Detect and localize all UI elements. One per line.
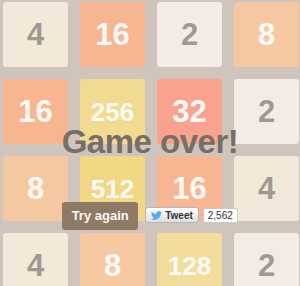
twitter-bird-icon xyxy=(151,210,162,221)
game-over-controls: Try again Tweet 2,562 xyxy=(0,202,300,230)
try-again-button[interactable]: Try again xyxy=(62,202,138,230)
tweet-button-label: Tweet xyxy=(165,210,193,221)
game-over-title: Game over! xyxy=(0,125,300,158)
tweet-count-badge[interactable]: 2,562 xyxy=(203,208,238,223)
tweet-widget: Tweet 2,562 xyxy=(145,207,238,223)
tweet-button[interactable]: Tweet xyxy=(145,207,199,223)
game-2048-board: 4 16 2 8 16 256 32 2 8 512 16 4 4 8 128 … xyxy=(0,0,300,286)
